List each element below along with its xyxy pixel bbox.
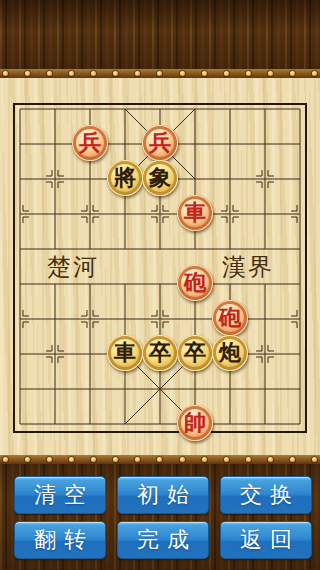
piece-black-soldier[interactable]: 卒 (142, 335, 178, 371)
nail-stud-icon (224, 71, 229, 76)
nail-stud-icon (290, 457, 295, 462)
nail-stud-icon (224, 457, 229, 462)
nail-stud-icon (69, 71, 74, 76)
flip-button[interactable]: 翻转 (14, 521, 106, 559)
piece-red-cannon[interactable]: 砲 (212, 300, 248, 336)
nail-stud-icon (47, 457, 52, 462)
nail-stud-icon (312, 457, 317, 462)
nail-stud-icon (246, 457, 251, 462)
top-wood-band (0, 0, 320, 69)
nail-stud-icon (25, 457, 30, 462)
nail-stud-icon (91, 457, 96, 462)
nail-stud-icon (312, 71, 317, 76)
done-button[interactable]: 完成 (117, 521, 209, 559)
nail-stud-icon (135, 71, 140, 76)
button-row-2: 翻转 完成 返回 (14, 521, 312, 559)
xiangqi-board[interactable]: 楚河 漢界 兵兵將象車砲砲車卒卒炮帥 (13, 103, 307, 433)
nail-stud-icon (157, 457, 162, 462)
nail-stud-icon (25, 71, 30, 76)
initial-button[interactable]: 初始 (117, 476, 209, 514)
piece-red-soldier[interactable]: 兵 (142, 125, 178, 161)
nail-stud-icon (135, 457, 140, 462)
nail-stud-icon (91, 71, 96, 76)
piece-black-cannon[interactable]: 炮 (212, 335, 248, 371)
nail-stud-icon (3, 71, 8, 76)
clear-button[interactable]: 清空 (14, 476, 106, 514)
top-nail-rail (0, 69, 320, 78)
nail-stud-icon (202, 71, 207, 76)
river-label-right: 漢界 (216, 251, 280, 283)
piece-red-soldier[interactable]: 兵 (72, 125, 108, 161)
nail-stud-icon (69, 457, 74, 462)
nail-stud-icon (246, 71, 251, 76)
bottom-nail-rail (0, 455, 320, 464)
nail-stud-icon (47, 71, 52, 76)
piece-black-chariot[interactable]: 車 (107, 335, 143, 371)
nail-stud-icon (290, 71, 295, 76)
piece-red-chariot[interactable]: 車 (177, 195, 213, 231)
piece-black-general[interactable]: 將 (107, 160, 143, 196)
piece-black-elephant[interactable]: 象 (142, 160, 178, 196)
nail-stud-icon (113, 457, 118, 462)
nail-stud-icon (180, 457, 185, 462)
swap-button[interactable]: 交换 (220, 476, 312, 514)
back-button[interactable]: 返回 (220, 521, 312, 559)
river-label-left: 楚河 (41, 251, 105, 283)
nail-stud-icon (268, 457, 273, 462)
piece-red-general[interactable]: 帥 (177, 405, 213, 441)
nail-stud-icon (113, 71, 118, 76)
piece-black-soldier[interactable]: 卒 (177, 335, 213, 371)
nail-stud-icon (268, 71, 273, 76)
piece-red-cannon[interactable]: 砲 (177, 265, 213, 301)
nail-stud-icon (180, 71, 185, 76)
nail-stud-icon (157, 71, 162, 76)
xiangqi-app-screen: 楚河 漢界 兵兵將象車砲砲車卒卒炮帥 清空 初始 交换 翻转 完成 返回 (0, 0, 320, 570)
button-row-1: 清空 初始 交换 (14, 476, 312, 514)
nail-stud-icon (202, 457, 207, 462)
nail-stud-icon (3, 457, 8, 462)
